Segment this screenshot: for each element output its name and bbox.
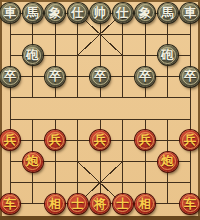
board-point[interactable]: 将: [89, 193, 112, 214]
black-soldier[interactable]: 卒: [45, 67, 65, 87]
black-horse[interactable]: 馬: [23, 3, 43, 23]
board-point[interactable]: 卒: [0, 66, 21, 87]
board-point[interactable]: [0, 24, 21, 45]
red-soldier[interactable]: 兵: [180, 130, 200, 150]
board-point[interactable]: [44, 151, 67, 172]
board-point[interactable]: 车: [179, 193, 200, 214]
board-point[interactable]: 兵: [44, 130, 67, 151]
board-point[interactable]: 相: [134, 193, 157, 214]
board-point[interactable]: 車: [179, 2, 200, 23]
black-cannon[interactable]: 砲: [158, 45, 178, 65]
board-point[interactable]: [156, 130, 179, 151]
board-point[interactable]: [111, 66, 134, 87]
board-point[interactable]: [21, 193, 44, 214]
board-point[interactable]: [111, 172, 134, 193]
board-point[interactable]: 帅: [89, 2, 112, 23]
board-point[interactable]: 兵: [89, 130, 112, 151]
board-point[interactable]: [111, 108, 134, 129]
red-chariot[interactable]: 车: [0, 194, 20, 214]
red-soldier[interactable]: 兵: [0, 130, 20, 150]
board-point[interactable]: [66, 24, 89, 45]
black-general[interactable]: 帅: [90, 3, 110, 23]
board-point[interactable]: 相: [44, 193, 67, 214]
board-point[interactable]: [179, 151, 200, 172]
board-point[interactable]: [21, 108, 44, 129]
board-point[interactable]: [66, 45, 89, 66]
board-point[interactable]: [179, 45, 200, 66]
board-point[interactable]: 士: [66, 193, 89, 214]
board-point[interactable]: 馬: [156, 2, 179, 23]
board-point[interactable]: [134, 24, 157, 45]
board-point[interactable]: [179, 108, 200, 129]
board-point[interactable]: [89, 24, 112, 45]
black-chariot[interactable]: 車: [0, 3, 20, 23]
board-point[interactable]: [111, 87, 134, 108]
board-point[interactable]: 兵: [179, 130, 200, 151]
red-advisor[interactable]: 士: [113, 194, 133, 214]
red-soldier[interactable]: 兵: [135, 130, 155, 150]
board-point[interactable]: [156, 24, 179, 45]
board-point[interactable]: [66, 108, 89, 129]
red-chariot[interactable]: 车: [180, 194, 200, 214]
board-point[interactable]: [179, 87, 200, 108]
black-chariot[interactable]: 車: [180, 3, 200, 23]
board-point[interactable]: [89, 172, 112, 193]
board-point[interactable]: [156, 87, 179, 108]
red-general[interactable]: 将: [90, 194, 110, 214]
board-edge-top: [0, 0, 200, 2]
board-point[interactable]: 卒: [44, 66, 67, 87]
board-point[interactable]: 仕: [66, 2, 89, 23]
board-point[interactable]: [134, 151, 157, 172]
black-elephant[interactable]: 象: [45, 3, 65, 23]
board-point[interactable]: 兵: [134, 130, 157, 151]
red-soldier[interactable]: 兵: [90, 130, 110, 150]
board-point[interactable]: [21, 130, 44, 151]
board-point[interactable]: [179, 172, 200, 193]
board-point[interactable]: 卒: [134, 66, 157, 87]
board-point[interactable]: [156, 66, 179, 87]
red-elephant[interactable]: 相: [45, 194, 65, 214]
board-point[interactable]: 砲: [156, 45, 179, 66]
board-point[interactable]: 卒: [89, 66, 112, 87]
board-point[interactable]: [111, 45, 134, 66]
board-point[interactable]: [134, 45, 157, 66]
board-point[interactable]: 炮: [21, 151, 44, 172]
black-advisor[interactable]: 仕: [113, 3, 133, 23]
board-point[interactable]: [0, 151, 21, 172]
board-point[interactable]: 卒: [179, 66, 200, 87]
black-horse[interactable]: 馬: [158, 3, 178, 23]
board-point[interactable]: 炮: [156, 151, 179, 172]
board-point[interactable]: [66, 87, 89, 108]
board-point[interactable]: [89, 108, 112, 129]
board-point[interactable]: [111, 151, 134, 172]
board-point[interactable]: 象: [134, 2, 157, 23]
board-point[interactable]: [111, 24, 134, 45]
board-point[interactable]: [44, 45, 67, 66]
red-elephant[interactable]: 相: [135, 194, 155, 214]
board-point[interactable]: [89, 45, 112, 66]
board-point[interactable]: [66, 66, 89, 87]
black-soldier[interactable]: 卒: [0, 67, 20, 87]
red-soldier[interactable]: 兵: [45, 130, 65, 150]
board-edge-bottom: [0, 216, 200, 220]
board-point[interactable]: [179, 24, 200, 45]
board-point[interactable]: [0, 172, 21, 193]
board-point[interactable]: [21, 87, 44, 108]
board-point[interactable]: [44, 87, 67, 108]
board-point[interactable]: [66, 130, 89, 151]
board-point[interactable]: [21, 172, 44, 193]
board-point[interactable]: [66, 172, 89, 193]
board-point[interactable]: [111, 130, 134, 151]
board-point[interactable]: [0, 87, 21, 108]
board-point[interactable]: [66, 151, 89, 172]
board-point[interactable]: 仕: [111, 2, 134, 23]
board-point[interactable]: 砲: [21, 45, 44, 66]
board-point[interactable]: 象: [44, 2, 67, 23]
black-advisor[interactable]: 仕: [68, 3, 88, 23]
board-point[interactable]: [156, 193, 179, 214]
board-point[interactable]: [156, 172, 179, 193]
black-soldier[interactable]: 卒: [90, 67, 110, 87]
board-point[interactable]: [44, 172, 67, 193]
board-point[interactable]: 车: [0, 193, 21, 214]
board-point[interactable]: [89, 87, 112, 108]
board-point[interactable]: 兵: [0, 130, 21, 151]
board-point[interactable]: [21, 66, 44, 87]
board-point[interactable]: 士: [111, 193, 134, 214]
board-point[interactable]: [134, 87, 157, 108]
board-point[interactable]: [44, 108, 67, 129]
xiangqi-board: 車馬象仕帅仕象馬車砲砲卒卒卒卒卒兵兵兵兵兵炮炮车相士将士相车: [0, 0, 200, 220]
board-point[interactable]: [134, 108, 157, 129]
board-point[interactable]: [134, 172, 157, 193]
red-cannon[interactable]: 炮: [158, 152, 178, 172]
board-point[interactable]: [44, 24, 67, 45]
black-soldier[interactable]: 卒: [180, 67, 200, 87]
black-cannon[interactable]: 砲: [23, 45, 43, 65]
red-cannon[interactable]: 炮: [23, 152, 43, 172]
black-soldier[interactable]: 卒: [135, 67, 155, 87]
board-point[interactable]: [89, 151, 112, 172]
board-point[interactable]: 馬: [21, 2, 44, 23]
board-point[interactable]: [156, 108, 179, 129]
board-point[interactable]: [0, 45, 21, 66]
board-point[interactable]: [21, 24, 44, 45]
black-elephant[interactable]: 象: [135, 3, 155, 23]
board-point[interactable]: [0, 108, 21, 129]
red-advisor[interactable]: 士: [68, 194, 88, 214]
piece-layer: 車馬象仕帅仕象馬車砲砲卒卒卒卒卒兵兵兵兵兵炮炮车相士将士相车: [0, 2, 200, 214]
board-point[interactable]: 車: [0, 2, 21, 23]
